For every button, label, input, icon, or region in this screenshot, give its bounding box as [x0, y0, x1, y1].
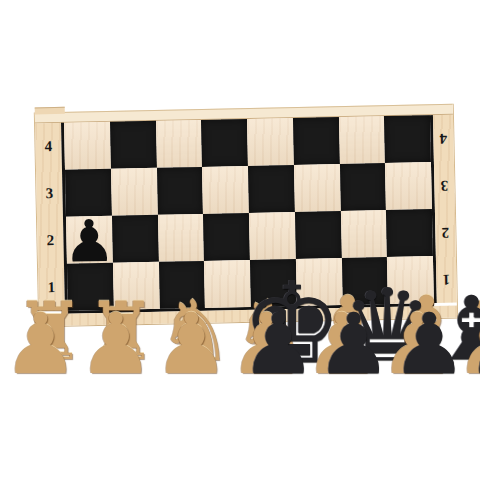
square-h4: [384, 115, 431, 163]
square-f3: [294, 164, 341, 212]
white-pawn-cell: ♟: [154, 302, 229, 368]
square-e4: [247, 118, 294, 166]
square-c4: [155, 120, 202, 168]
black-pawn: ♟: [316, 302, 391, 386]
square-d4: [201, 119, 248, 167]
square-f4: [293, 117, 340, 165]
square-a4: [64, 122, 111, 170]
black-pawn-cell: ♟: [316, 302, 391, 368]
square-b3: [111, 168, 158, 216]
rank-label-2: 2: [37, 217, 64, 265]
black-pawn: ♟: [392, 302, 467, 386]
square-f2: [295, 211, 342, 259]
board-fold-edge: [35, 107, 65, 115]
black-pawn: ♟: [241, 302, 316, 386]
square-a2: ♟: [66, 216, 113, 264]
white-pawn-cell: ♟: [78, 302, 153, 368]
black-pawn-cell: ♟: [392, 302, 467, 368]
square-g2: [340, 210, 387, 258]
white-pawn: ♟: [78, 302, 153, 386]
square-e2: [249, 212, 296, 260]
black-pawn-cell: ♟: [241, 302, 316, 368]
square-h2: [386, 209, 433, 257]
black-pawn-cell: ♟: [467, 302, 480, 368]
square-d2: [203, 213, 250, 261]
rank-label-3: 3: [36, 170, 63, 218]
square-g4: [338, 116, 385, 164]
rank-label-4: 4: [35, 123, 62, 171]
chess-set-photo: 4321 ♟ 4321 ♜♜♞♞♝♝♛♚ ♟♟♟♟♟♟♟♟ ♚♛♝♝♞♞♜♜ ♟…: [0, 0, 480, 480]
square-c2: [157, 214, 204, 262]
square-d3: [202, 166, 249, 214]
square-h3: [385, 162, 432, 210]
white-pawn-cell: ♟: [3, 302, 78, 368]
square-c3: [156, 167, 203, 215]
square-g3: [339, 163, 386, 211]
black-pawn-row: ♟♟♟♟♟♟♟♟: [241, 302, 471, 368]
rank-label-4: 4: [433, 115, 454, 162]
rank-label-2: 2: [435, 209, 456, 256]
square-b4: [110, 121, 157, 169]
rank-label-3: 3: [434, 162, 455, 209]
square-e3: [248, 165, 295, 213]
white-pawn: ♟: [154, 302, 229, 386]
black-pawn: ♟: [467, 302, 480, 386]
white-pawn-row: ♟♟♟♟♟♟♟♟: [3, 302, 236, 368]
square-b2: [112, 215, 159, 263]
white-pawn: ♟: [3, 302, 78, 386]
